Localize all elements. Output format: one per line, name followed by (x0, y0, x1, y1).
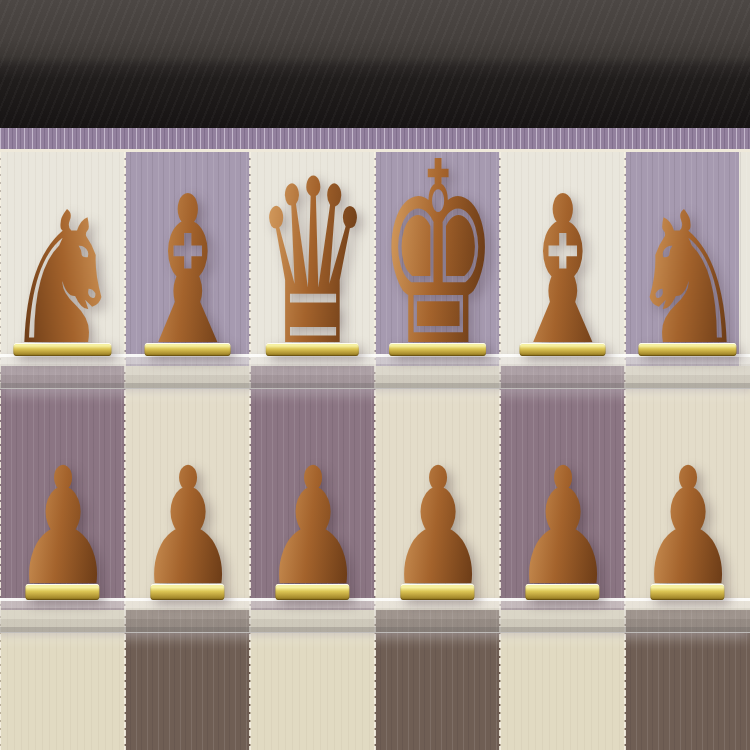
brass-base-ring (638, 343, 736, 356)
piece-knight[interactable]: ♞ (606, 188, 750, 356)
pieces-layer: ♞♝♛♚♝♞♟♟♟♟♟♟ (0, 0, 750, 750)
brass-base-ring (25, 584, 99, 600)
piece-pawn[interactable]: ♟ (115, 446, 260, 600)
brass-base-ring (525, 584, 599, 600)
piece-pawn[interactable]: ♟ (490, 446, 635, 600)
brass-base-ring (275, 584, 349, 600)
brass-base-ring (150, 584, 224, 600)
piece-pawn[interactable]: ♟ (240, 446, 385, 600)
brass-base-ring (519, 343, 605, 356)
brass-base-ring (650, 584, 724, 600)
brass-base-ring (400, 584, 474, 600)
piece-pawn[interactable]: ♟ (365, 446, 510, 600)
piece-pawn[interactable]: ♟ (615, 446, 750, 600)
chess-wall-display: ♞♝♛♚♝♞♟♟♟♟♟♟ (0, 0, 750, 750)
